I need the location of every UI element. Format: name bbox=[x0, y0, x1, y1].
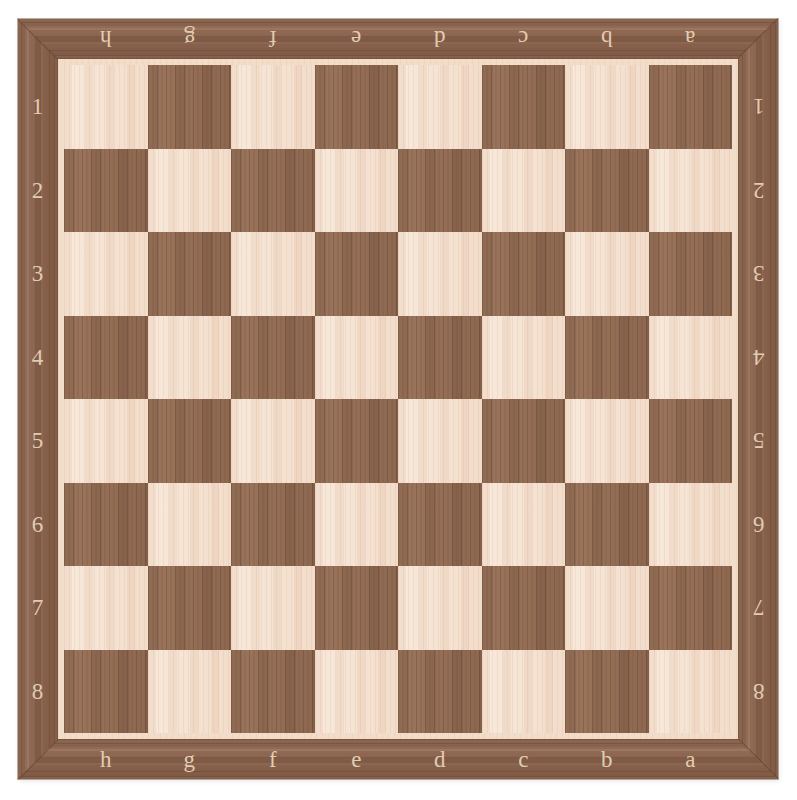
square-b4[interactable] bbox=[565, 316, 649, 400]
file-labels-bottom: hgfedcba bbox=[64, 740, 732, 779]
coordinate-label: a bbox=[685, 27, 695, 50]
square-d8[interactable] bbox=[398, 650, 482, 734]
square-h2[interactable] bbox=[64, 149, 148, 233]
coordinate-label: b bbox=[601, 748, 613, 771]
square-c1[interactable] bbox=[482, 65, 566, 149]
square-f6[interactable] bbox=[231, 483, 315, 567]
coordinate-label: 7 bbox=[32, 596, 44, 619]
coordinate-label: 2 bbox=[32, 179, 44, 202]
coordinate-cell: c bbox=[482, 19, 566, 58]
square-g2[interactable] bbox=[148, 149, 232, 233]
coordinate-label: 6 bbox=[32, 513, 44, 536]
rank-labels-right: 12345678 bbox=[739, 65, 778, 733]
square-g1[interactable] bbox=[148, 65, 232, 149]
square-e6[interactable] bbox=[315, 483, 399, 567]
file-labels-top: hgfedcba bbox=[64, 19, 732, 58]
coordinate-cell: 5 bbox=[739, 399, 778, 483]
coordinate-cell: e bbox=[315, 19, 399, 58]
coordinate-cell: 5 bbox=[18, 399, 57, 483]
square-h5[interactable] bbox=[64, 399, 148, 483]
square-h6[interactable] bbox=[64, 483, 148, 567]
square-e3[interactable] bbox=[315, 232, 399, 316]
coordinate-cell: 1 bbox=[739, 65, 778, 149]
square-a2[interactable] bbox=[649, 149, 733, 233]
square-f1[interactable] bbox=[231, 65, 315, 149]
playing-field bbox=[57, 58, 739, 740]
square-h7[interactable] bbox=[64, 566, 148, 650]
square-a3[interactable] bbox=[649, 232, 733, 316]
square-e2[interactable] bbox=[315, 149, 399, 233]
coordinate-label: h bbox=[100, 27, 112, 50]
square-g3[interactable] bbox=[148, 232, 232, 316]
coordinate-label: 1 bbox=[753, 95, 765, 118]
coordinate-cell: 3 bbox=[18, 232, 57, 316]
coordinate-cell: 7 bbox=[18, 566, 57, 650]
coordinate-label: 4 bbox=[32, 346, 44, 369]
coordinate-label: e bbox=[351, 27, 361, 50]
square-d3[interactable] bbox=[398, 232, 482, 316]
coordinate-label: c bbox=[518, 748, 528, 771]
photo-canvas: hgfedcba hgfedcba 12345678 12345678 bbox=[0, 0, 797, 800]
square-h3[interactable] bbox=[64, 232, 148, 316]
coordinate-label: d bbox=[434, 748, 446, 771]
square-d7[interactable] bbox=[398, 566, 482, 650]
coordinate-label: 2 bbox=[753, 179, 765, 202]
square-c8[interactable] bbox=[482, 650, 566, 734]
square-a6[interactable] bbox=[649, 483, 733, 567]
square-c4[interactable] bbox=[482, 316, 566, 400]
square-a5[interactable] bbox=[649, 399, 733, 483]
square-d1[interactable] bbox=[398, 65, 482, 149]
coordinate-label: h bbox=[100, 748, 112, 771]
square-b2[interactable] bbox=[565, 149, 649, 233]
coordinate-cell: h bbox=[64, 19, 148, 58]
coordinate-cell: h bbox=[64, 740, 148, 779]
square-f5[interactable] bbox=[231, 399, 315, 483]
square-e1[interactable] bbox=[315, 65, 399, 149]
squares-grid bbox=[64, 65, 732, 733]
square-c6[interactable] bbox=[482, 483, 566, 567]
square-g6[interactable] bbox=[148, 483, 232, 567]
coordinate-cell: f bbox=[231, 19, 315, 58]
coordinate-cell: 4 bbox=[18, 316, 57, 400]
square-d6[interactable] bbox=[398, 483, 482, 567]
square-b6[interactable] bbox=[565, 483, 649, 567]
coordinate-label: 8 bbox=[32, 680, 44, 703]
square-c3[interactable] bbox=[482, 232, 566, 316]
square-a4[interactable] bbox=[649, 316, 733, 400]
square-d2[interactable] bbox=[398, 149, 482, 233]
coordinate-label: 5 bbox=[32, 429, 44, 452]
square-h4[interactable] bbox=[64, 316, 148, 400]
coordinate-cell: 1 bbox=[18, 65, 57, 149]
coordinate-label: 3 bbox=[32, 262, 44, 285]
coordinate-label: 4 bbox=[753, 346, 765, 369]
square-g4[interactable] bbox=[148, 316, 232, 400]
square-h8[interactable] bbox=[64, 650, 148, 734]
square-c5[interactable] bbox=[482, 399, 566, 483]
square-e7[interactable] bbox=[315, 566, 399, 650]
square-e4[interactable] bbox=[315, 316, 399, 400]
square-g8[interactable] bbox=[148, 650, 232, 734]
square-f2[interactable] bbox=[231, 149, 315, 233]
square-c7[interactable] bbox=[482, 566, 566, 650]
coordinate-cell: 8 bbox=[739, 650, 778, 734]
square-a7[interactable] bbox=[649, 566, 733, 650]
coordinate-label: 7 bbox=[753, 596, 765, 619]
square-f7[interactable] bbox=[231, 566, 315, 650]
coordinate-cell: 6 bbox=[18, 483, 57, 567]
square-f4[interactable] bbox=[231, 316, 315, 400]
coordinate-label: 5 bbox=[753, 429, 765, 452]
coordinate-cell: g bbox=[148, 740, 232, 779]
coordinate-cell: 2 bbox=[18, 149, 57, 233]
square-d4[interactable] bbox=[398, 316, 482, 400]
coordinate-label: b bbox=[601, 27, 613, 50]
coordinate-cell: b bbox=[565, 740, 649, 779]
coordinate-label: g bbox=[184, 748, 196, 771]
coordinate-label: c bbox=[518, 27, 528, 50]
coordinate-label: 3 bbox=[753, 262, 765, 285]
square-f3[interactable] bbox=[231, 232, 315, 316]
square-e5[interactable] bbox=[315, 399, 399, 483]
coordinate-label: f bbox=[269, 27, 277, 50]
square-d5[interactable] bbox=[398, 399, 482, 483]
square-g5[interactable] bbox=[148, 399, 232, 483]
coordinate-label: 6 bbox=[753, 513, 765, 536]
coordinate-cell: 7 bbox=[739, 566, 778, 650]
coordinate-cell: a bbox=[649, 19, 733, 58]
square-c2[interactable] bbox=[482, 149, 566, 233]
coordinate-cell: 2 bbox=[739, 149, 778, 233]
square-h1[interactable] bbox=[64, 65, 148, 149]
coordinate-cell: 3 bbox=[739, 232, 778, 316]
square-g7[interactable] bbox=[148, 566, 232, 650]
square-b5[interactable] bbox=[565, 399, 649, 483]
coordinate-cell: 6 bbox=[739, 483, 778, 567]
coordinate-label: e bbox=[351, 748, 361, 771]
coordinate-cell: f bbox=[231, 740, 315, 779]
chess-board: hgfedcba hgfedcba 12345678 12345678 bbox=[18, 19, 778, 779]
coordinate-cell: b bbox=[565, 19, 649, 58]
coordinate-cell: g bbox=[148, 19, 232, 58]
coordinate-cell: 4 bbox=[739, 316, 778, 400]
coordinate-cell: e bbox=[315, 740, 399, 779]
coordinate-label: g bbox=[184, 27, 196, 50]
coordinate-label: 1 bbox=[32, 95, 44, 118]
square-a1[interactable] bbox=[649, 65, 733, 149]
coordinate-cell: a bbox=[649, 740, 733, 779]
square-b1[interactable] bbox=[565, 65, 649, 149]
square-b3[interactable] bbox=[565, 232, 649, 316]
square-b7[interactable] bbox=[565, 566, 649, 650]
coordinate-label: 8 bbox=[753, 680, 765, 703]
coordinate-cell: c bbox=[482, 740, 566, 779]
square-f8[interactable] bbox=[231, 650, 315, 734]
square-b8[interactable] bbox=[565, 650, 649, 734]
coordinate-cell: d bbox=[398, 19, 482, 58]
coordinate-label: d bbox=[434, 27, 446, 50]
coordinate-label: a bbox=[685, 748, 695, 771]
square-a8[interactable] bbox=[649, 650, 733, 734]
rank-labels-left: 12345678 bbox=[18, 65, 57, 733]
square-e8[interactable] bbox=[315, 650, 399, 734]
coordinate-cell: d bbox=[398, 740, 482, 779]
coordinate-cell: 8 bbox=[18, 650, 57, 734]
coordinate-label: f bbox=[269, 748, 277, 771]
